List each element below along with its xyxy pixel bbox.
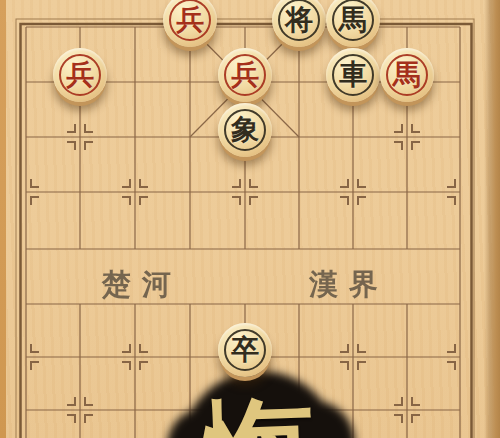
piece-glyph: 車 bbox=[326, 48, 380, 102]
piece-glyph: 馬 bbox=[326, 0, 380, 47]
piece-glyph: 兵 bbox=[218, 48, 272, 102]
piece-black-general-f1[interactable]: 将 bbox=[272, 0, 326, 47]
piece-glyph: 将 bbox=[272, 0, 326, 47]
piece-black-horse-g1[interactable]: 馬 bbox=[326, 0, 380, 47]
piece-glyph: 象 bbox=[218, 103, 272, 157]
piece-red-soldier-d1[interactable]: 兵 bbox=[163, 0, 217, 47]
river-label-left: 楚河 bbox=[102, 265, 182, 305]
piece-glyph: 兵 bbox=[53, 48, 107, 102]
ink-stamp-glyph: 悔 bbox=[197, 390, 327, 438]
piece-black-soldier-e7[interactable]: 卒 bbox=[218, 323, 272, 377]
piece-glyph: 兵 bbox=[163, 0, 217, 47]
piece-glyph: 馬 bbox=[380, 48, 434, 102]
piece-red-soldier-e2[interactable]: 兵 bbox=[218, 48, 272, 102]
xiangqi-game-screen: 楚河 漢界 兵将馬兵兵車馬象卒 悔 bbox=[0, 0, 500, 438]
piece-black-chariot-g2[interactable]: 車 bbox=[326, 48, 380, 102]
piece-glyph: 卒 bbox=[218, 323, 272, 377]
river-label-right: 漢界 bbox=[309, 265, 389, 305]
piece-red-horse-h2[interactable]: 馬 bbox=[380, 48, 434, 102]
piece-black-elephant-e3[interactable]: 象 bbox=[218, 103, 272, 157]
piece-red-soldier-b2[interactable]: 兵 bbox=[53, 48, 107, 102]
